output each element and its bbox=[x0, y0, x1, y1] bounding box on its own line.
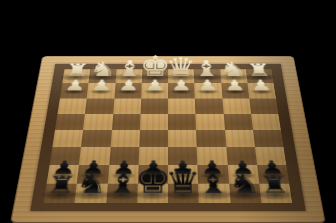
square-c8[interactable] bbox=[198, 183, 230, 203]
square-f4[interactable] bbox=[112, 114, 141, 130]
square-h3[interactable] bbox=[58, 98, 87, 114]
square-b8[interactable] bbox=[229, 183, 262, 203]
square-d4[interactable] bbox=[168, 114, 196, 130]
square-d8[interactable] bbox=[168, 183, 199, 203]
square-h4[interactable] bbox=[55, 114, 85, 130]
square-g3[interactable] bbox=[85, 98, 114, 114]
square-e3[interactable] bbox=[140, 98, 168, 114]
square-g4[interactable] bbox=[83, 114, 113, 130]
square-g8[interactable] bbox=[75, 183, 108, 203]
square-a3[interactable] bbox=[249, 98, 278, 114]
square-b3[interactable] bbox=[222, 98, 251, 114]
square-f8[interactable] bbox=[106, 183, 138, 203]
square-a4[interactable] bbox=[251, 114, 281, 130]
square-e4[interactable] bbox=[140, 114, 168, 130]
square-c4[interactable] bbox=[196, 114, 225, 130]
square-d3[interactable] bbox=[168, 98, 196, 114]
square-c3[interactable] bbox=[195, 98, 223, 114]
square-b4[interactable] bbox=[223, 114, 253, 130]
chess-photo-scene: ♜♞♝♛♚♝♞♜♟♟♟♟♟♟♟♟♟♟♟♟♟♟♟♟♜♞♝♛♚♝♞♜ bbox=[0, 0, 336, 223]
square-h8[interactable] bbox=[44, 183, 77, 203]
square-h7[interactable] bbox=[47, 165, 80, 184]
square-f3[interactable] bbox=[113, 98, 141, 114]
square-e8[interactable] bbox=[137, 183, 168, 203]
chess-board: ♜♞♝♛♚♝♞♜♟♟♟♟♟♟♟♟♟♟♟♟♟♟♟♟♜♞♝♛♚♝♞♜ bbox=[10, 56, 326, 223]
square-a8[interactable] bbox=[259, 183, 292, 203]
square-a7[interactable] bbox=[257, 165, 290, 184]
